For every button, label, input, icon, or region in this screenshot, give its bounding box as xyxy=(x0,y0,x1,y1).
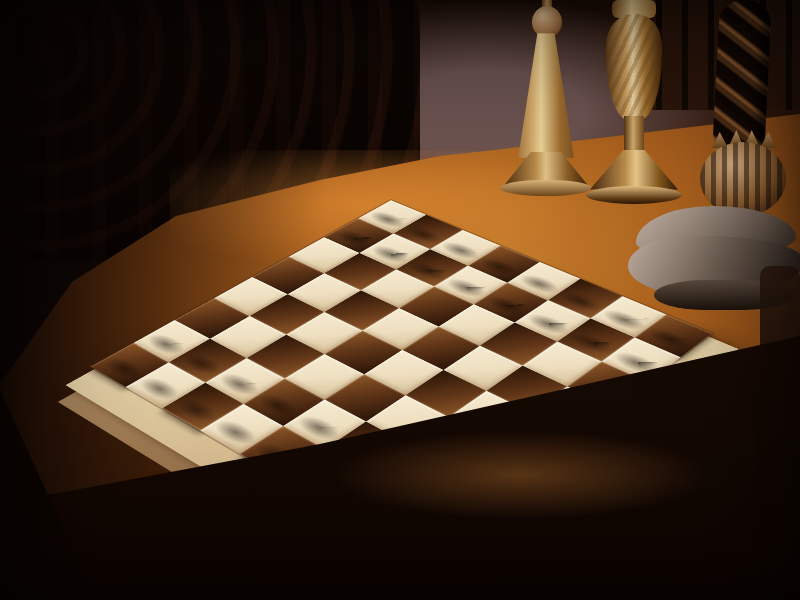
table-front-highlight xyxy=(330,430,710,520)
photo-scene: ♜♞♝♚♛♝♞♜♟♟♟♟♟♟♟♟♟♟♟♟♟♟♟♟♜♞♝♚♛♝♞♜ xyxy=(0,0,800,600)
